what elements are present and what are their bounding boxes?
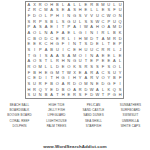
letter-grid: AXROHBLALLERBMULUZRCMASEASHELLESFUFDOLPH…: [26, 2, 123, 98]
word-list-column: PELICANSAND CASTLESAND DUNESSEA SHELLSTA…: [76, 103, 111, 129]
word-item: PALM TREES: [47, 124, 67, 129]
word-item: DOLPHIN: [12, 124, 26, 129]
word-list-column: HIGH TIDEJELLY FISHLIFEGUARDLIGHTHOUSEPA…: [39, 103, 74, 129]
footer: www.WordSearchAddict.com: [0, 134, 150, 150]
word-item: WHITE CAPS: [121, 124, 141, 129]
grid-cell[interactable]: H: [117, 92, 123, 98]
site-url: www.WordSearchAddict.com: [43, 144, 106, 149]
word-list-column: SUNBATHERSSURFBOARDSWIMSUITUMBRELLAWHITE…: [113, 103, 148, 129]
word-list-column: BEACH BALLBOARDWALKBOOGIE BOARDCORAL REE…: [2, 103, 37, 129]
puzzle-board-frame: AXROHBLALLERBMULUZRCMASEASHELLESFUFDOLPH…: [25, 1, 124, 99]
word-item: STARFISH: [86, 124, 101, 129]
word-list: BEACH BALLBOARDWALKBOOGIE BOARDCORAL REE…: [2, 103, 148, 129]
word-search-page: AXROHBLALLERBMULUZRCMASEASHELLESFUFDOLPH…: [0, 0, 150, 150]
